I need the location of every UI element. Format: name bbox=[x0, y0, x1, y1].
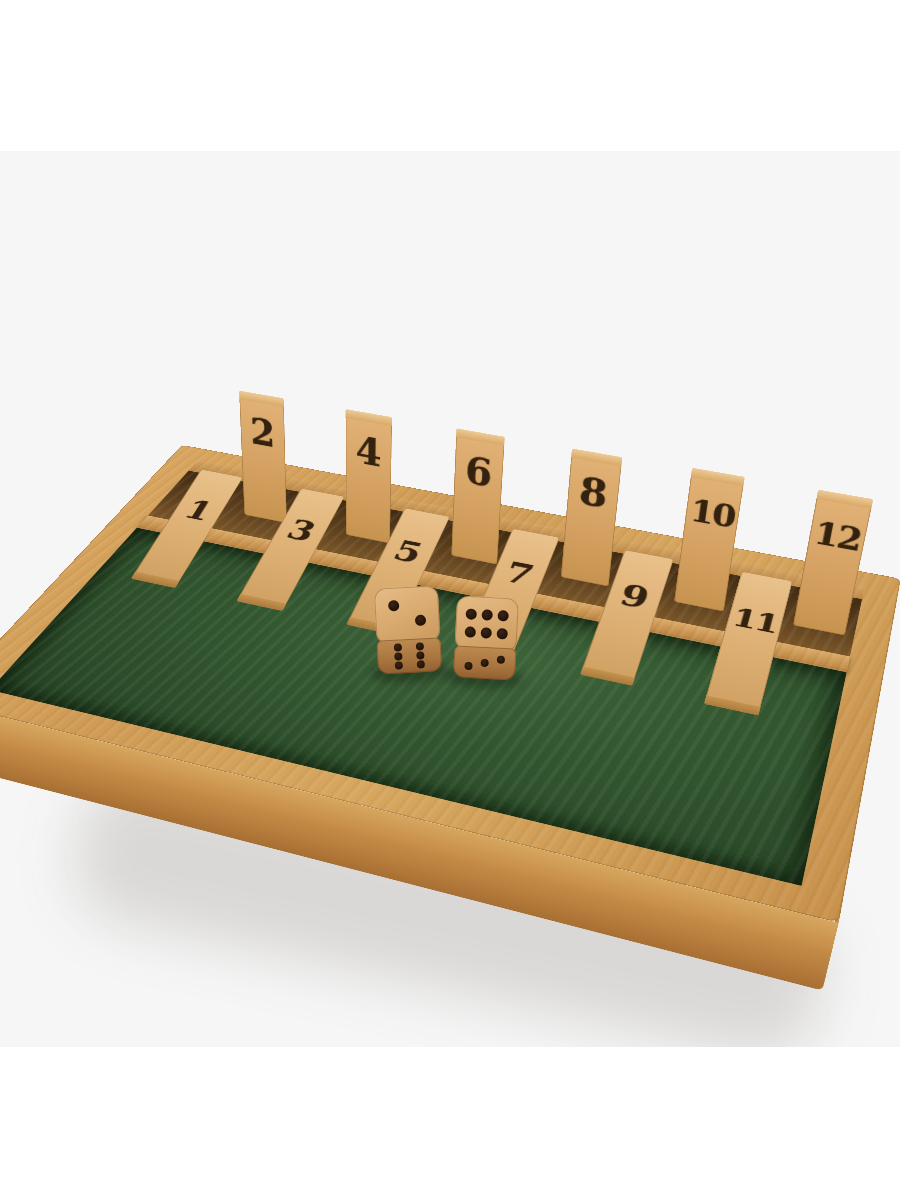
photo-area: 123456789101112 bbox=[0, 151, 900, 1047]
top-margin bbox=[0, 0, 900, 151]
tile-12[interactable]: 12 bbox=[793, 490, 874, 636]
tile-2-number: 2 bbox=[250, 413, 278, 521]
tile-7-number: 7 bbox=[472, 558, 538, 658]
bottom-margin bbox=[0, 1047, 900, 1200]
tile-2[interactable]: 2 bbox=[239, 390, 287, 523]
tile-8[interactable]: 8 bbox=[561, 448, 623, 586]
tile-12-number: 12 bbox=[797, 516, 863, 635]
tile-4-number: 4 bbox=[355, 432, 381, 542]
tile-slot-12: 12 bbox=[784, 575, 856, 670]
tile-6[interactable]: 6 bbox=[451, 428, 505, 565]
tile-8-number: 8 bbox=[571, 472, 609, 585]
tile-4[interactable]: 4 bbox=[345, 409, 392, 544]
product-photo: 123456789101112 bbox=[0, 0, 900, 1200]
tile-10[interactable]: 10 bbox=[674, 468, 745, 612]
tile-6-number: 6 bbox=[461, 452, 493, 563]
tile-10-number: 10 bbox=[678, 494, 737, 611]
